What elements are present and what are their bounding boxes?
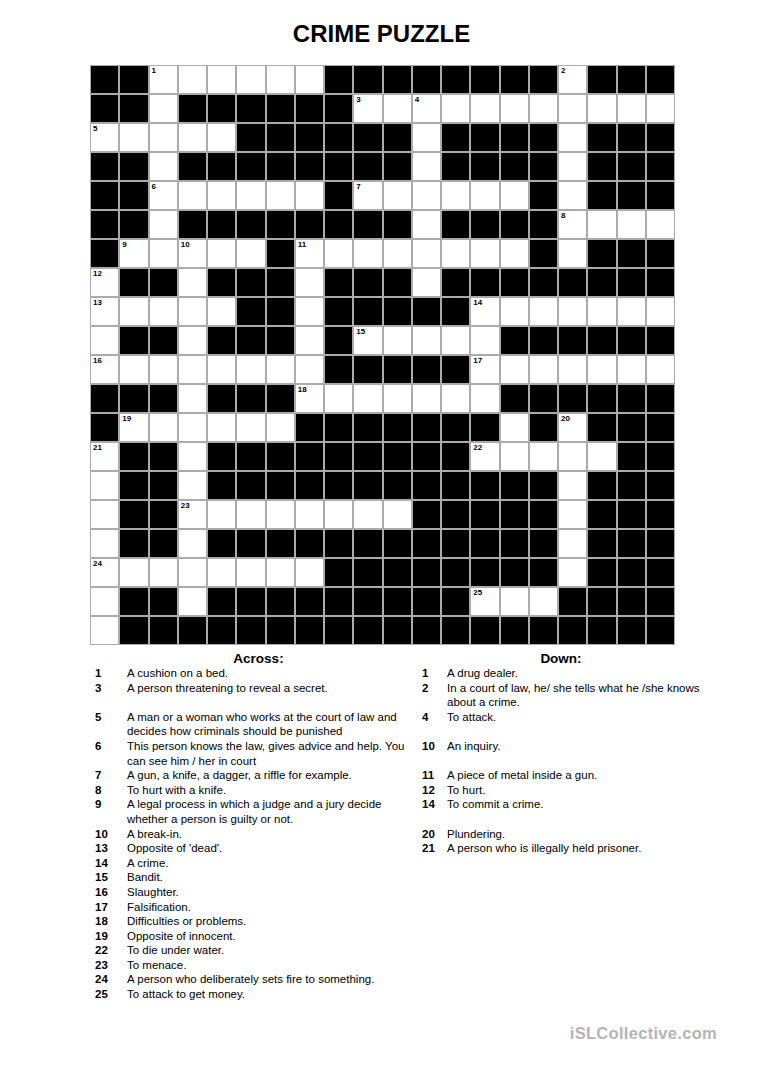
grid-cell-white[interactable] [587,355,616,384]
grid-cell-white[interactable] [558,152,587,181]
grid-cell-black [441,152,470,181]
grid-cell-black [178,210,207,239]
grid-cell-black [383,529,412,558]
grid-cell-black [295,210,324,239]
grid-cell-black [441,123,470,152]
grid-cell-white[interactable]: 16 [90,355,119,384]
across-clue-number: 25 [95,987,127,1002]
grid-cell-white[interactable] [178,326,207,355]
grid-cell-white[interactable] [178,558,207,587]
grid-cell-black [470,529,499,558]
grid-cell-white[interactable] [119,355,148,384]
grid-cell-black [149,326,178,355]
grid-cell-white[interactable] [324,239,353,268]
grid-cell-white[interactable] [178,529,207,558]
grid-cell-white[interactable]: 24 [90,558,119,587]
grid-cell-white[interactable] [558,529,587,558]
across-clue-number: 14 [95,856,127,871]
grid-cell-white[interactable] [646,355,675,384]
grid-cell-black [441,500,470,529]
grid-cell-white[interactable] [412,326,441,355]
grid-cell-black [149,268,178,297]
grid-cell-white[interactable] [529,94,558,123]
grid-cell-black [470,123,499,152]
grid-cell-black [646,326,675,355]
grid-cell-black [236,442,265,471]
grid-cell-black [529,326,558,355]
grid-cell-white[interactable] [470,384,499,413]
grid-cell-white[interactable] [412,384,441,413]
grid-cell-white[interactable]: 5 [90,123,119,152]
grid-cell-black [90,210,119,239]
grid-cell-white[interactable] [207,65,236,94]
down-header: Down: [422,651,700,666]
grid-cell-white[interactable]: 8 [558,210,587,239]
grid-cell-black [178,152,207,181]
grid-cell-black [353,413,382,442]
grid-cell-black [383,355,412,384]
grid-cell-white[interactable] [149,355,178,384]
grid-cell-white[interactable] [178,471,207,500]
grid-cell-white[interactable] [558,355,587,384]
grid-cell-white[interactable] [119,123,148,152]
grid-cell-white[interactable] [149,239,178,268]
grid-cell-white[interactable] [119,297,148,326]
down-clue-text [447,987,700,1002]
grid-cell-white[interactable] [500,355,529,384]
across-clue-text: This person knows the law, gives advice … [127,739,422,768]
grid-cell-white[interactable] [353,500,382,529]
grid-cell-white[interactable] [500,587,529,616]
grid-cell-white[interactable] [236,500,265,529]
grid-cell-white[interactable] [441,181,470,210]
grid-cell-black [353,210,382,239]
grid-cell-black [617,152,646,181]
grid-cell-black [617,442,646,471]
grid-cell-white[interactable]: 3 [353,94,382,123]
grid-cell-white[interactable] [441,326,470,355]
grid-cell-white[interactable] [295,268,324,297]
grid-cell-black [617,413,646,442]
down-clue-text: To commit a crime. [447,797,700,826]
grid-cell-black [558,268,587,297]
down-clue-number: 11 [422,768,447,783]
grid-cell-white[interactable] [295,65,324,94]
grid-cell-black [119,181,148,210]
across-header: Across: [95,651,422,666]
grid-cell-white[interactable] [412,239,441,268]
grid-cell-white[interactable] [178,355,207,384]
grid-cell-black [207,384,236,413]
across-clue-text: A person threatening to reveal a secret. [127,681,422,710]
grid-cell-white[interactable] [149,210,178,239]
grid-cell-white[interactable]: 23 [178,500,207,529]
grid-cell-white[interactable] [324,384,353,413]
across-clue-number: 6 [95,739,127,768]
grid-cell-black [236,94,265,123]
grid-cell-black [646,616,675,645]
grid-cell-white[interactable] [149,413,178,442]
down-clue-number: 1 [422,666,447,681]
grid-cell-black [266,587,295,616]
grid-cell-white[interactable] [500,413,529,442]
grid-cell-white[interactable] [500,297,529,326]
grid-cell-white[interactable]: 18 [295,384,324,413]
across-clue-number: 17 [95,900,127,915]
grid-cell-white[interactable] [207,239,236,268]
grid-cell-white[interactable] [558,297,587,326]
grid-cell-black [470,471,499,500]
grid-cell-white[interactable] [90,471,119,500]
grid-cell-black [149,500,178,529]
grid-clue-number: 20 [561,415,570,423]
grid-cell-white[interactable] [236,558,265,587]
grid-cell-black [587,413,616,442]
grid-cell-white[interactable] [383,384,412,413]
grid-cell-white[interactable] [558,471,587,500]
grid-cell-white[interactable] [412,181,441,210]
grid-cell-white[interactable] [178,587,207,616]
across-clue-text: Slaughter. [127,885,422,900]
grid-cell-white[interactable] [149,94,178,123]
grid-cell-white[interactable] [470,326,499,355]
grid-cell-black [646,471,675,500]
grid-cell-black [470,65,499,94]
grid-cell-black [295,442,324,471]
grid-cell-white[interactable] [558,442,587,471]
grid-cell-white[interactable] [119,558,148,587]
grid-cell-white[interactable] [324,500,353,529]
grid-cell-white[interactable] [90,326,119,355]
grid-cell-white[interactable]: 21 [90,442,119,471]
grid-cell-white[interactable] [236,65,265,94]
grid-cell-white[interactable] [90,616,119,645]
grid-cell-black [207,587,236,616]
across-clue-number: 19 [95,929,127,944]
grid-cell-black [90,239,119,268]
grid-cell-black [236,152,265,181]
grid-cell-black [470,152,499,181]
grid-cell-black [353,529,382,558]
grid-cell-white[interactable] [178,181,207,210]
grid-cell-black [149,616,178,645]
grid-cell-white[interactable]: 11 [295,239,324,268]
grid-cell-white[interactable] [412,268,441,297]
grid-cell-black [500,529,529,558]
grid-cell-white[interactable] [236,355,265,384]
grid-cell-black [646,529,675,558]
grid-cell-black [295,152,324,181]
grid-cell-black [207,616,236,645]
grid-cell-white[interactable]: 2 [558,65,587,94]
grid-cell-black [412,413,441,442]
grid-cell-black [470,210,499,239]
grid-cell-white[interactable] [236,181,265,210]
grid-cell-black [90,152,119,181]
grid-cell-white[interactable] [266,355,295,384]
grid-cell-white[interactable] [470,94,499,123]
down-clue-text: In a court of law, he/ she tells what he… [447,681,700,710]
down-clue-number [422,870,447,885]
grid-cell-white[interactable] [236,239,265,268]
grid-cell-black [500,384,529,413]
grid-cell-white[interactable] [266,413,295,442]
grid-cell-white[interactable] [617,297,646,326]
grid-cell-white[interactable] [383,500,412,529]
grid-cell-white[interactable] [558,239,587,268]
grid-cell-white[interactable] [178,123,207,152]
grid-cell-black [646,384,675,413]
grid-cell-white[interactable] [441,94,470,123]
grid-cell-black [178,616,207,645]
grid-cell-black [90,384,119,413]
grid-cell-black [353,65,382,94]
grid-cell-white[interactable]: 25 [470,587,499,616]
grid-cell-black [617,239,646,268]
grid-cell-black [178,94,207,123]
grid-cell-white[interactable] [207,181,236,210]
grid-cell-black [295,587,324,616]
grid-cell-white[interactable] [207,355,236,384]
grid-cell-white[interactable] [266,181,295,210]
grid-cell-white[interactable] [149,297,178,326]
grid-cell-black [587,123,616,152]
down-clue-number: 21 [422,841,447,856]
grid-cell-white[interactable] [617,355,646,384]
grid-cell-white[interactable] [266,65,295,94]
grid-cell-black [295,471,324,500]
grid-cell-black [324,297,353,326]
grid-cell-black [353,297,382,326]
grid-cell-white[interactable]: 20 [558,413,587,442]
grid-cell-white[interactable] [558,123,587,152]
grid-cell-white[interactable]: 17 [470,355,499,384]
grid-cell-white[interactable] [500,442,529,471]
grid-cell-white[interactable] [383,326,412,355]
across-clue-number: 16 [95,885,127,900]
grid-cell-white[interactable] [587,297,616,326]
grid-cell-black [383,297,412,326]
across-clue-text: A gun, a knife, a dagger, a riffle for e… [127,768,422,783]
grid-clue-number: 16 [93,357,102,365]
grid-cell-black [470,500,499,529]
down-clue-text: A person who is illegally held prisoner. [447,841,700,856]
across-clue-number: 3 [95,681,127,710]
down-clue-text: To hurt. [447,783,700,798]
grid-cell-black [587,239,616,268]
grid-cell-white[interactable] [207,500,236,529]
down-clue-number [422,856,447,871]
across-clue-number: 23 [95,958,127,973]
grid-cell-black [266,268,295,297]
grid-cell-black [587,529,616,558]
grid-cell-black [236,210,265,239]
grid-cell-white[interactable] [295,326,324,355]
grid-cell-black [90,413,119,442]
grid-cell-white[interactable] [383,94,412,123]
across-clue-text: A break-in. [127,827,422,842]
grid-cell-white[interactable]: 19 [119,413,148,442]
grid-cell-white[interactable] [295,355,324,384]
grid-cell-white[interactable] [178,413,207,442]
grid-cell-white[interactable] [558,558,587,587]
grid-cell-black [207,471,236,500]
grid-cell-black [90,65,119,94]
grid-cell-white[interactable]: 10 [178,239,207,268]
grid-cell-white[interactable] [646,297,675,326]
grid-cell-white[interactable] [646,210,675,239]
down-clue-text [447,958,700,973]
grid-cell-black [353,558,382,587]
grid-cell-white[interactable] [558,500,587,529]
grid-cell-white[interactable] [383,181,412,210]
grid-cell-white[interactable] [587,94,616,123]
grid-cell-white[interactable]: 13 [90,297,119,326]
grid-cell-white[interactable] [178,297,207,326]
grid-cell-white[interactable] [412,123,441,152]
grid-cell-white[interactable] [207,413,236,442]
grid-cell-black [441,558,470,587]
grid-cell-white[interactable] [529,355,558,384]
grid-cell-white[interactable] [295,297,324,326]
grid-cell-black [295,529,324,558]
grid-cell-white[interactable] [558,94,587,123]
grid-cell-black [587,326,616,355]
grid-cell-white[interactable] [353,239,382,268]
grid-cell-black [587,65,616,94]
grid-cell-white[interactable] [207,123,236,152]
grid-cell-white[interactable] [587,210,616,239]
across-clue-text: A man or a woman who works at the court … [127,710,422,739]
grid-cell-black [646,587,675,616]
down-clue-text: A drug dealer. [447,666,700,681]
grid-cell-white[interactable] [441,239,470,268]
grid-cell-black [470,616,499,645]
grid-cell-white[interactable]: 4 [412,94,441,123]
grid-cell-white[interactable] [529,587,558,616]
grid-cell-black [324,210,353,239]
down-clue-text [447,856,700,871]
grid-cell-black [383,413,412,442]
grid-cell-black [266,297,295,326]
grid-cell-black [412,471,441,500]
down-clue-number: 10 [422,739,447,768]
grid-cell-white[interactable]: 14 [470,297,499,326]
grid-cell-black [353,616,382,645]
grid-cell-white[interactable] [178,65,207,94]
grid-cell-black [558,384,587,413]
grid-cell-black [441,471,470,500]
grid-cell-white[interactable] [295,500,324,529]
grid-cell-black [587,268,616,297]
grid-cell-white[interactable] [149,123,178,152]
grid-cell-white[interactable]: 12 [90,268,119,297]
grid-cell-white[interactable] [207,297,236,326]
grid-cell-black [500,152,529,181]
grid-cell-white[interactable] [207,558,236,587]
grid-cell-white[interactable] [412,152,441,181]
grid-cell-white[interactable] [500,94,529,123]
grid-cell-white[interactable] [178,442,207,471]
grid-clue-number: 6 [152,183,156,191]
grid-cell-black [383,442,412,471]
across-clue-text: Opposite of innocent. [127,929,422,944]
grid-cell-black [529,65,558,94]
grid-cell-white[interactable] [149,152,178,181]
grid-cell-white[interactable] [178,268,207,297]
grid-cell-white[interactable] [236,413,265,442]
grid-cell-black [617,384,646,413]
grid-cell-white[interactable]: 7 [353,181,382,210]
grid-clue-number: 1 [152,67,156,75]
down-clue-number [422,900,447,915]
clues-table: 1A cushion on a bed.1A drug dealer.3A pe… [95,666,700,1002]
grid-cell-white[interactable]: 22 [470,442,499,471]
grid-cell-black [500,123,529,152]
grid-cell-white[interactable] [646,94,675,123]
grid-cell-black [383,587,412,616]
grid-cell-black [324,152,353,181]
grid-cell-white[interactable] [558,181,587,210]
grid-cell-white[interactable] [587,442,616,471]
grid-cell-white[interactable] [90,529,119,558]
grid-cell-black [236,297,265,326]
grid-cell-white[interactable] [500,239,529,268]
grid-cell-white[interactable] [295,181,324,210]
down-clue-number: 14 [422,797,447,826]
grid-cell-white[interactable] [529,442,558,471]
grid-cell-white[interactable] [383,239,412,268]
grid-cell-white[interactable] [266,500,295,529]
grid-cell-black [412,297,441,326]
across-clue-number: 15 [95,870,127,885]
down-clue-text [447,914,700,929]
grid-cell-white[interactable] [149,558,178,587]
grid-cell-white[interactable] [470,181,499,210]
grid-cell-white[interactable] [500,181,529,210]
grid-cell-white[interactable] [529,297,558,326]
grid-cell-white[interactable] [441,384,470,413]
grid-cell-white[interactable]: 9 [119,239,148,268]
grid-cell-white[interactable]: 1 [149,65,178,94]
grid-cell-black [149,471,178,500]
grid-cell-white[interactable] [353,384,382,413]
grid-cell-black [470,413,499,442]
grid-cell-white[interactable] [178,384,207,413]
across-clue-number: 18 [95,914,127,929]
grid-cell-white[interactable] [266,558,295,587]
grid-cell-black [529,384,558,413]
grid-cell-white[interactable] [90,500,119,529]
down-clue-number: 4 [422,710,447,739]
grid-cell-white[interactable] [617,94,646,123]
grid-cell-black [441,616,470,645]
grid-cell-black [119,587,148,616]
grid-cell-white[interactable] [90,587,119,616]
down-clue-number [422,943,447,958]
down-clue-number [422,929,447,944]
grid-cell-white[interactable]: 6 [149,181,178,210]
grid-cell-black [617,123,646,152]
grid-cell-white[interactable] [412,210,441,239]
grid-cell-white[interactable] [617,210,646,239]
grid-cell-black [353,268,382,297]
grid-cell-black [207,529,236,558]
down-clue-number [422,958,447,973]
grid-cell-white[interactable] [470,239,499,268]
grid-cell-white[interactable]: 15 [353,326,382,355]
grid-cell-white[interactable] [295,558,324,587]
